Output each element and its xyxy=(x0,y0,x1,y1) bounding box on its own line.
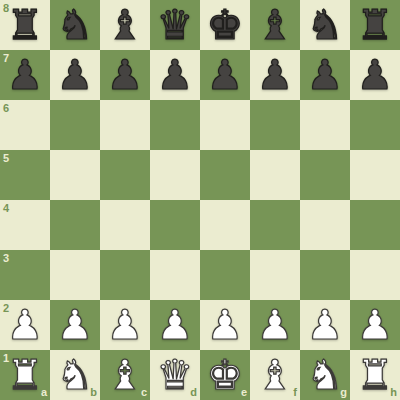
square-d2[interactable]: ♟ xyxy=(150,300,200,350)
black-pawn[interactable]: ♟ xyxy=(357,50,394,100)
square-b1[interactable]: b♞ xyxy=(50,350,100,400)
square-d5[interactable] xyxy=(150,150,200,200)
square-e2[interactable]: ♟ xyxy=(200,300,250,350)
white-bishop[interactable]: ♝ xyxy=(257,350,294,400)
square-h3[interactable] xyxy=(350,250,400,300)
square-c8[interactable]: ♝ xyxy=(100,0,150,50)
square-a1[interactable]: 1a♜ xyxy=(0,350,50,400)
black-king[interactable]: ♚ xyxy=(207,0,244,50)
square-e5[interactable] xyxy=(200,150,250,200)
white-king[interactable]: ♚ xyxy=(207,350,244,400)
square-g8[interactable]: ♞ xyxy=(300,0,350,50)
square-a2[interactable]: 2♟ xyxy=(0,300,50,350)
square-g1[interactable]: g♞ xyxy=(300,350,350,400)
white-pawn[interactable]: ♟ xyxy=(7,300,44,350)
black-rook[interactable]: ♜ xyxy=(357,0,394,50)
square-h8[interactable]: ♜ xyxy=(350,0,400,50)
square-a3[interactable]: 3 xyxy=(0,250,50,300)
square-a4[interactable]: 4 xyxy=(0,200,50,250)
black-pawn[interactable]: ♟ xyxy=(57,50,94,100)
square-b8[interactable]: ♞ xyxy=(50,0,100,50)
square-d7[interactable]: ♟ xyxy=(150,50,200,100)
square-e8[interactable]: ♚ xyxy=(200,0,250,50)
white-pawn[interactable]: ♟ xyxy=(107,300,144,350)
square-d1[interactable]: d♛ xyxy=(150,350,200,400)
white-knight[interactable]: ♞ xyxy=(307,350,344,400)
square-b4[interactable] xyxy=(50,200,100,250)
square-b3[interactable] xyxy=(50,250,100,300)
white-bishop[interactable]: ♝ xyxy=(107,350,144,400)
square-f2[interactable]: ♟ xyxy=(250,300,300,350)
square-a8[interactable]: 8♜ xyxy=(0,0,50,50)
white-pawn[interactable]: ♟ xyxy=(257,300,294,350)
square-f7[interactable]: ♟ xyxy=(250,50,300,100)
black-bishop[interactable]: ♝ xyxy=(107,0,144,50)
black-rook[interactable]: ♜ xyxy=(7,0,44,50)
square-f6[interactable] xyxy=(250,100,300,150)
square-d6[interactable] xyxy=(150,100,200,150)
white-pawn[interactable]: ♟ xyxy=(57,300,94,350)
square-f3[interactable] xyxy=(250,250,300,300)
rank-label-6: 6 xyxy=(3,103,9,114)
square-c4[interactable] xyxy=(100,200,150,250)
square-a7[interactable]: 7♟ xyxy=(0,50,50,100)
black-pawn[interactable]: ♟ xyxy=(157,50,194,100)
rank-label-5: 5 xyxy=(3,153,9,164)
square-b2[interactable]: ♟ xyxy=(50,300,100,350)
square-f1[interactable]: f♝ xyxy=(250,350,300,400)
square-c2[interactable]: ♟ xyxy=(100,300,150,350)
square-d3[interactable] xyxy=(150,250,200,300)
square-c5[interactable] xyxy=(100,150,150,200)
square-c6[interactable] xyxy=(100,100,150,150)
black-bishop[interactable]: ♝ xyxy=(257,0,294,50)
square-g4[interactable] xyxy=(300,200,350,250)
square-b7[interactable]: ♟ xyxy=(50,50,100,100)
black-pawn[interactable]: ♟ xyxy=(207,50,244,100)
square-e3[interactable] xyxy=(200,250,250,300)
white-pawn[interactable]: ♟ xyxy=(157,300,194,350)
square-h2[interactable]: ♟ xyxy=(350,300,400,350)
square-h6[interactable] xyxy=(350,100,400,150)
black-pawn[interactable]: ♟ xyxy=(307,50,344,100)
rank-label-3: 3 xyxy=(3,253,9,264)
file-label-f: f xyxy=(293,387,297,398)
square-c7[interactable]: ♟ xyxy=(100,50,150,100)
white-knight[interactable]: ♞ xyxy=(57,350,94,400)
black-knight[interactable]: ♞ xyxy=(57,0,94,50)
white-pawn[interactable]: ♟ xyxy=(357,300,394,350)
white-pawn[interactable]: ♟ xyxy=(207,300,244,350)
square-f5[interactable] xyxy=(250,150,300,200)
chess-board: 8♜♞♝♛♚♝♞♜7♟♟♟♟♟♟♟♟65432♟♟♟♟♟♟♟♟1a♜b♞c♝d♛… xyxy=(0,0,400,400)
square-a5[interactable]: 5 xyxy=(0,150,50,200)
square-g5[interactable] xyxy=(300,150,350,200)
square-g3[interactable] xyxy=(300,250,350,300)
square-f4[interactable] xyxy=(250,200,300,250)
square-e4[interactable] xyxy=(200,200,250,250)
square-c1[interactable]: c♝ xyxy=(100,350,150,400)
square-e7[interactable]: ♟ xyxy=(200,50,250,100)
square-h7[interactable]: ♟ xyxy=(350,50,400,100)
black-pawn[interactable]: ♟ xyxy=(7,50,44,100)
white-pawn[interactable]: ♟ xyxy=(307,300,344,350)
square-g7[interactable]: ♟ xyxy=(300,50,350,100)
square-b5[interactable] xyxy=(50,150,100,200)
square-g2[interactable]: ♟ xyxy=(300,300,350,350)
square-g6[interactable] xyxy=(300,100,350,150)
white-rook[interactable]: ♜ xyxy=(357,350,394,400)
white-rook[interactable]: ♜ xyxy=(7,350,44,400)
square-h5[interactable] xyxy=(350,150,400,200)
square-d4[interactable] xyxy=(150,200,200,250)
square-b6[interactable] xyxy=(50,100,100,150)
square-a6[interactable]: 6 xyxy=(0,100,50,150)
black-knight[interactable]: ♞ xyxy=(307,0,344,50)
rank-label-4: 4 xyxy=(3,203,9,214)
square-e1[interactable]: e♚ xyxy=(200,350,250,400)
square-d8[interactable]: ♛ xyxy=(150,0,200,50)
square-h1[interactable]: h♜ xyxy=(350,350,400,400)
square-h4[interactable] xyxy=(350,200,400,250)
black-pawn[interactable]: ♟ xyxy=(257,50,294,100)
black-queen[interactable]: ♛ xyxy=(157,0,194,50)
square-e6[interactable] xyxy=(200,100,250,150)
black-pawn[interactable]: ♟ xyxy=(107,50,144,100)
square-c3[interactable] xyxy=(100,250,150,300)
white-queen[interactable]: ♛ xyxy=(157,350,194,400)
square-f8[interactable]: ♝ xyxy=(250,0,300,50)
